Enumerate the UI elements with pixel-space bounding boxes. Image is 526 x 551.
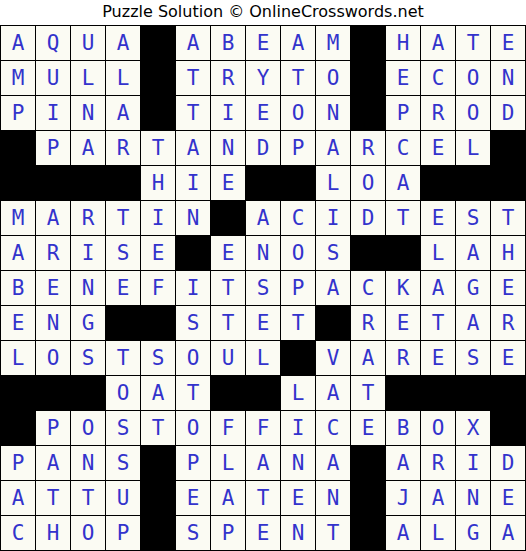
black-cell bbox=[1, 131, 36, 166]
crossword-solution-page: Puzzle Solution © OnlineCrosswords.net A… bbox=[0, 0, 526, 551]
letter-cell: R bbox=[211, 61, 246, 96]
letter-cell: A bbox=[386, 446, 421, 481]
letter-cell: S bbox=[176, 516, 211, 551]
letter-cell: N bbox=[246, 236, 281, 271]
letter-cell: T bbox=[141, 411, 176, 446]
letter-cell: U bbox=[211, 341, 246, 376]
letter-cell: A bbox=[316, 271, 351, 306]
letter-cell: O bbox=[421, 411, 456, 446]
letter-cell: F bbox=[211, 411, 246, 446]
letter-cell: L bbox=[211, 446, 246, 481]
letter-cell: A bbox=[456, 236, 491, 271]
letter-cell: H bbox=[386, 26, 421, 61]
letter-cell: R bbox=[491, 306, 526, 341]
letter-cell: E bbox=[421, 131, 456, 166]
letter-cell: O bbox=[281, 96, 316, 131]
black-cell bbox=[491, 376, 526, 411]
letter-cell: T bbox=[211, 306, 246, 341]
letter-cell: E bbox=[141, 236, 176, 271]
letter-cell: H bbox=[36, 516, 71, 551]
letter-cell: U bbox=[36, 61, 71, 96]
letter-cell: A bbox=[106, 26, 141, 61]
letter-cell: A bbox=[316, 131, 351, 166]
black-cell bbox=[246, 166, 281, 201]
letter-cell: M bbox=[1, 201, 36, 236]
black-cell bbox=[71, 166, 106, 201]
letter-cell: D bbox=[351, 201, 386, 236]
letter-cell: J bbox=[386, 481, 421, 516]
letter-cell: P bbox=[36, 411, 71, 446]
black-cell bbox=[211, 376, 246, 411]
letter-cell: B bbox=[1, 271, 36, 306]
letter-cell: T bbox=[281, 306, 316, 341]
letter-cell: S bbox=[106, 446, 141, 481]
letter-cell: T bbox=[456, 26, 491, 61]
letter-cell: O bbox=[351, 166, 386, 201]
letter-cell: A bbox=[1, 481, 36, 516]
letter-cell: T bbox=[421, 306, 456, 341]
letter-cell: R bbox=[386, 341, 421, 376]
black-cell bbox=[71, 376, 106, 411]
letter-cell: C bbox=[386, 131, 421, 166]
black-cell bbox=[456, 376, 491, 411]
letter-cell: I bbox=[71, 236, 106, 271]
letter-cell: R bbox=[36, 236, 71, 271]
letter-cell: A bbox=[71, 131, 106, 166]
letter-cell: N bbox=[281, 516, 316, 551]
letter-cell: O bbox=[71, 411, 106, 446]
black-cell bbox=[1, 411, 36, 446]
letter-cell: E bbox=[106, 271, 141, 306]
letter-cell: F bbox=[141, 271, 176, 306]
letter-cell: E bbox=[386, 61, 421, 96]
letter-cell: I bbox=[141, 201, 176, 236]
black-cell bbox=[351, 61, 386, 96]
letter-cell: A bbox=[281, 26, 316, 61]
black-cell bbox=[351, 481, 386, 516]
letter-cell: E bbox=[386, 306, 421, 341]
black-cell bbox=[141, 516, 176, 551]
black-cell bbox=[246, 376, 281, 411]
letter-cell: O bbox=[176, 341, 211, 376]
letter-cell: E bbox=[1, 306, 36, 341]
letter-cell: L bbox=[281, 376, 316, 411]
letter-cell: P bbox=[281, 271, 316, 306]
letter-cell: T bbox=[36, 481, 71, 516]
black-cell bbox=[141, 306, 176, 341]
letter-cell: E bbox=[351, 411, 386, 446]
letter-cell: R bbox=[421, 96, 456, 131]
letter-cell: A bbox=[316, 446, 351, 481]
black-cell bbox=[141, 481, 176, 516]
letter-cell: E bbox=[246, 306, 281, 341]
letter-cell: T bbox=[141, 131, 176, 166]
letter-cell: G bbox=[456, 271, 491, 306]
letter-cell: E bbox=[421, 201, 456, 236]
letter-cell: T bbox=[176, 96, 211, 131]
letter-cell: R bbox=[351, 131, 386, 166]
letter-cell: T bbox=[71, 481, 106, 516]
letter-cell: N bbox=[71, 446, 106, 481]
letter-cell: D bbox=[491, 446, 526, 481]
letter-cell: N bbox=[176, 201, 211, 236]
letter-cell: T bbox=[246, 481, 281, 516]
letter-cell: N bbox=[316, 481, 351, 516]
letter-cell: I bbox=[36, 96, 71, 131]
letter-cell: A bbox=[1, 26, 36, 61]
black-cell bbox=[106, 166, 141, 201]
letter-cell: N bbox=[456, 481, 491, 516]
letter-cell: E bbox=[246, 26, 281, 61]
black-cell bbox=[316, 306, 351, 341]
letter-cell: A bbox=[246, 446, 281, 481]
letter-cell: P bbox=[106, 516, 141, 551]
letter-cell: A bbox=[386, 166, 421, 201]
letter-cell: L bbox=[421, 516, 456, 551]
letter-cell: A bbox=[386, 516, 421, 551]
letter-cell: B bbox=[211, 26, 246, 61]
letter-cell: S bbox=[141, 341, 176, 376]
letter-cell: P bbox=[211, 516, 246, 551]
black-cell bbox=[281, 166, 316, 201]
letter-cell: T bbox=[386, 201, 421, 236]
letter-cell: O bbox=[106, 376, 141, 411]
letter-cell: N bbox=[211, 131, 246, 166]
black-cell bbox=[386, 376, 421, 411]
letter-cell: X bbox=[456, 411, 491, 446]
letter-cell: D bbox=[246, 131, 281, 166]
letter-cell: E bbox=[246, 96, 281, 131]
letter-cell: O bbox=[71, 516, 106, 551]
letter-cell: L bbox=[71, 61, 106, 96]
letter-cell: N bbox=[36, 306, 71, 341]
letter-cell: L bbox=[246, 341, 281, 376]
black-cell bbox=[456, 166, 491, 201]
letter-cell: R bbox=[351, 306, 386, 341]
letter-cell: M bbox=[316, 26, 351, 61]
letter-cell: N bbox=[71, 96, 106, 131]
letter-cell: F bbox=[246, 411, 281, 446]
letter-cell: K bbox=[386, 271, 421, 306]
letter-cell: O bbox=[456, 61, 491, 96]
letter-cell: E bbox=[491, 26, 526, 61]
letter-cell: A bbox=[176, 131, 211, 166]
letter-cell: O bbox=[281, 236, 316, 271]
letter-cell: E bbox=[36, 271, 71, 306]
letter-cell: I bbox=[316, 201, 351, 236]
letter-cell: A bbox=[1, 236, 36, 271]
letter-cell: E bbox=[246, 516, 281, 551]
letter-cell: P bbox=[176, 446, 211, 481]
letter-cell: T bbox=[211, 271, 246, 306]
letter-cell: L bbox=[106, 61, 141, 96]
letter-cell: A bbox=[421, 481, 456, 516]
black-cell bbox=[491, 131, 526, 166]
black-cell bbox=[1, 166, 36, 201]
letter-cell: S bbox=[71, 341, 106, 376]
letter-cell: N bbox=[281, 446, 316, 481]
letter-cell: E bbox=[421, 341, 456, 376]
black-cell bbox=[106, 306, 141, 341]
letter-cell: O bbox=[456, 96, 491, 131]
letter-cell: I bbox=[176, 271, 211, 306]
black-cell bbox=[211, 201, 246, 236]
letter-cell: Q bbox=[36, 26, 71, 61]
letter-cell: T bbox=[491, 201, 526, 236]
letter-cell: A bbox=[316, 376, 351, 411]
black-cell bbox=[141, 96, 176, 131]
black-cell bbox=[36, 166, 71, 201]
letter-cell: E bbox=[211, 166, 246, 201]
letter-cell: N bbox=[316, 96, 351, 131]
black-cell bbox=[351, 26, 386, 61]
crossword-board: AQUAABEAMHATEMULLTRYTOECONPINATIEONPRODP… bbox=[0, 25, 526, 551]
letter-cell: S bbox=[456, 341, 491, 376]
letter-cell: M bbox=[1, 61, 36, 96]
letter-cell: T bbox=[176, 61, 211, 96]
black-cell bbox=[141, 446, 176, 481]
letter-cell: S bbox=[176, 306, 211, 341]
letter-cell: R bbox=[421, 446, 456, 481]
letter-cell: N bbox=[71, 271, 106, 306]
black-cell bbox=[351, 446, 386, 481]
letter-cell: L bbox=[456, 131, 491, 166]
letter-cell: I bbox=[456, 446, 491, 481]
letter-cell: C bbox=[351, 271, 386, 306]
letter-cell: R bbox=[71, 201, 106, 236]
letter-cell: B bbox=[386, 411, 421, 446]
letter-cell: Y bbox=[246, 61, 281, 96]
letter-cell: L bbox=[421, 236, 456, 271]
letter-cell: N bbox=[491, 61, 526, 96]
letter-cell: A bbox=[211, 481, 246, 516]
letter-cell: O bbox=[316, 61, 351, 96]
letter-cell: C bbox=[281, 201, 316, 236]
black-cell bbox=[491, 411, 526, 446]
letter-cell: S bbox=[106, 411, 141, 446]
letter-cell: V bbox=[316, 341, 351, 376]
letter-cell: A bbox=[106, 96, 141, 131]
letter-cell: E bbox=[491, 481, 526, 516]
letter-cell: E bbox=[281, 481, 316, 516]
black-cell bbox=[281, 341, 316, 376]
letter-cell: U bbox=[71, 26, 106, 61]
letter-cell: T bbox=[106, 201, 141, 236]
letter-cell: T bbox=[106, 341, 141, 376]
letter-cell: S bbox=[456, 201, 491, 236]
letter-cell: E bbox=[491, 341, 526, 376]
letter-cell: C bbox=[421, 61, 456, 96]
page-title: Puzzle Solution © OnlineCrosswords.net bbox=[0, 0, 526, 25]
letter-cell: G bbox=[456, 516, 491, 551]
letter-cell: A bbox=[421, 26, 456, 61]
black-cell bbox=[491, 166, 526, 201]
black-cell bbox=[351, 516, 386, 551]
letter-cell: G bbox=[71, 306, 106, 341]
letter-cell: P bbox=[386, 96, 421, 131]
letter-cell: A bbox=[141, 376, 176, 411]
letter-cell: R bbox=[106, 131, 141, 166]
letter-cell: C bbox=[316, 411, 351, 446]
letter-cell: S bbox=[316, 236, 351, 271]
letter-cell: H bbox=[491, 236, 526, 271]
letter-cell: E bbox=[176, 481, 211, 516]
letter-cell: P bbox=[36, 131, 71, 166]
black-cell bbox=[141, 61, 176, 96]
letter-cell: S bbox=[106, 236, 141, 271]
letter-cell: A bbox=[491, 516, 526, 551]
letter-cell: A bbox=[176, 26, 211, 61]
letter-cell: O bbox=[176, 411, 211, 446]
letter-cell: E bbox=[211, 236, 246, 271]
letter-cell: P bbox=[1, 446, 36, 481]
letter-cell: I bbox=[211, 96, 246, 131]
black-cell bbox=[141, 26, 176, 61]
letter-cell: A bbox=[456, 306, 491, 341]
letter-cell: L bbox=[316, 166, 351, 201]
black-cell bbox=[421, 166, 456, 201]
letter-cell: T bbox=[351, 376, 386, 411]
letter-cell: D bbox=[491, 96, 526, 131]
letter-cell: A bbox=[421, 271, 456, 306]
letter-cell: P bbox=[1, 96, 36, 131]
letter-cell: L bbox=[1, 341, 36, 376]
letter-cell: P bbox=[281, 131, 316, 166]
letter-cell: E bbox=[491, 271, 526, 306]
letter-cell: I bbox=[281, 411, 316, 446]
letter-cell: C bbox=[1, 516, 36, 551]
black-cell bbox=[1, 376, 36, 411]
letter-cell: H bbox=[141, 166, 176, 201]
letter-cell: T bbox=[281, 61, 316, 96]
letter-cell: T bbox=[316, 516, 351, 551]
letter-cell: I bbox=[176, 166, 211, 201]
black-cell bbox=[351, 96, 386, 131]
letter-cell: O bbox=[36, 341, 71, 376]
letter-cell: A bbox=[246, 201, 281, 236]
black-cell bbox=[351, 236, 386, 271]
black-cell bbox=[386, 236, 421, 271]
black-cell bbox=[36, 376, 71, 411]
letter-cell: A bbox=[36, 201, 71, 236]
letter-cell: U bbox=[106, 481, 141, 516]
letter-cell: S bbox=[246, 271, 281, 306]
letter-cell: A bbox=[351, 341, 386, 376]
black-cell bbox=[176, 236, 211, 271]
letter-cell: T bbox=[176, 376, 211, 411]
letter-cell: A bbox=[36, 446, 71, 481]
black-cell bbox=[421, 376, 456, 411]
